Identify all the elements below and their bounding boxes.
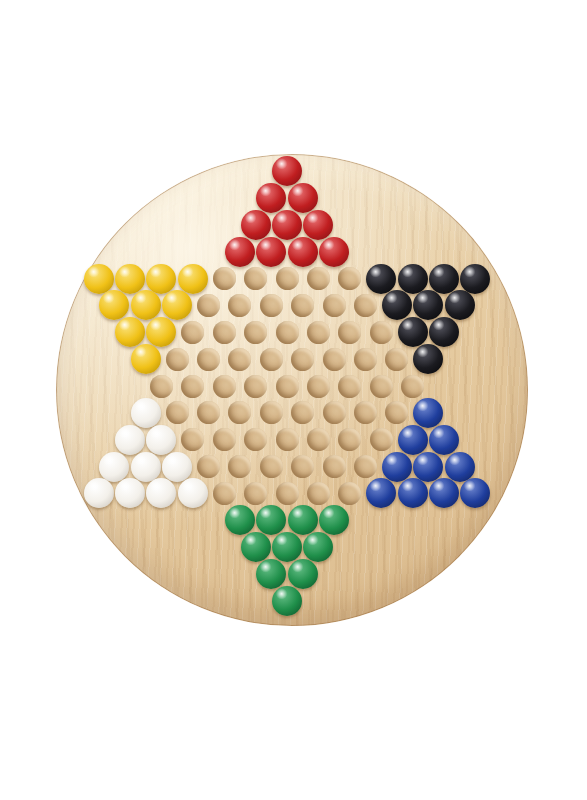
marble-green[interactable] — [319, 505, 349, 535]
board-hole[interactable] — [401, 375, 424, 398]
marble-blue[interactable] — [445, 452, 475, 482]
marble-red[interactable] — [256, 183, 286, 213]
marble-black[interactable] — [398, 264, 428, 294]
board-hole[interactable] — [260, 294, 283, 317]
board-hole[interactable] — [228, 348, 251, 371]
marble-yellow[interactable] — [115, 264, 145, 294]
marble-black[interactable] — [413, 290, 443, 320]
marble-yellow[interactable] — [162, 290, 192, 320]
marble-black[interactable] — [382, 290, 412, 320]
board-hole[interactable] — [260, 401, 283, 424]
marble-green[interactable] — [256, 505, 286, 535]
marble-white[interactable] — [84, 478, 114, 508]
marble-blue[interactable] — [429, 425, 459, 455]
marble-yellow[interactable] — [178, 264, 208, 294]
board-hole[interactable] — [323, 294, 346, 317]
board-hole[interactable] — [385, 348, 408, 371]
board-hole[interactable] — [213, 321, 236, 344]
marble-red[interactable] — [288, 183, 318, 213]
marble-red[interactable] — [319, 237, 349, 267]
marble-blue[interactable] — [429, 478, 459, 508]
marble-yellow[interactable] — [131, 290, 161, 320]
board-hole[interactable] — [260, 455, 283, 478]
board-hole[interactable] — [323, 348, 346, 371]
marble-red[interactable] — [225, 237, 255, 267]
marble-black[interactable] — [366, 264, 396, 294]
board-hole[interactable] — [197, 348, 220, 371]
chinese-checkers-board — [56, 154, 528, 626]
marble-red[interactable] — [256, 237, 286, 267]
board-hole[interactable] — [291, 455, 314, 478]
marble-black[interactable] — [413, 344, 443, 374]
board-hole[interactable] — [307, 267, 330, 290]
marble-green[interactable] — [272, 532, 302, 562]
product-photo-background — [0, 0, 587, 800]
board-hole[interactable] — [228, 401, 251, 424]
board-hole[interactable] — [260, 348, 283, 371]
board-hole[interactable] — [228, 455, 251, 478]
marble-red[interactable] — [272, 156, 302, 186]
board-hole[interactable] — [213, 375, 236, 398]
marble-green[interactable] — [272, 586, 302, 616]
board-hole[interactable] — [213, 482, 236, 505]
board-hole[interactable] — [166, 348, 189, 371]
board-hole[interactable] — [197, 294, 220, 317]
board-hole[interactable] — [307, 321, 330, 344]
marble-green[interactable] — [288, 505, 318, 535]
board-hole[interactable] — [338, 428, 361, 451]
marble-green[interactable] — [241, 532, 271, 562]
marble-black[interactable] — [429, 264, 459, 294]
board-hole[interactable] — [181, 428, 204, 451]
marble-white[interactable] — [99, 452, 129, 482]
board-hole[interactable] — [244, 321, 267, 344]
board-hole[interactable] — [338, 375, 361, 398]
board-hole[interactable] — [181, 321, 204, 344]
board-hole[interactable] — [197, 455, 220, 478]
marble-green[interactable] — [225, 505, 255, 535]
board-hole[interactable] — [244, 267, 267, 290]
board-hole[interactable] — [323, 455, 346, 478]
marble-yellow[interactable] — [146, 264, 176, 294]
board-hole[interactable] — [181, 375, 204, 398]
board-hole[interactable] — [213, 428, 236, 451]
board-hole[interactable] — [370, 428, 393, 451]
board-hole[interactable] — [244, 482, 267, 505]
board-hole[interactable] — [291, 401, 314, 424]
board-hole[interactable] — [307, 482, 330, 505]
board-hole[interactable] — [338, 267, 361, 290]
board-hole[interactable] — [385, 401, 408, 424]
marble-blue[interactable] — [398, 425, 428, 455]
board-hole[interactable] — [291, 348, 314, 371]
marble-white[interactable] — [115, 425, 145, 455]
board-hole[interactable] — [354, 455, 377, 478]
marble-white[interactable] — [115, 478, 145, 508]
marble-white[interactable] — [162, 452, 192, 482]
marble-blue[interactable] — [413, 452, 443, 482]
marble-red[interactable] — [303, 210, 333, 240]
marble-black[interactable] — [460, 264, 490, 294]
marble-red[interactable] — [272, 210, 302, 240]
marble-white[interactable] — [131, 398, 161, 428]
board-hole[interactable] — [370, 375, 393, 398]
marble-black[interactable] — [429, 317, 459, 347]
board-hole[interactable] — [150, 375, 173, 398]
marble-white[interactable] — [146, 425, 176, 455]
marble-blue[interactable] — [366, 478, 396, 508]
marble-blue[interactable] — [460, 478, 490, 508]
board-hole[interactable] — [323, 401, 346, 424]
board-hole[interactable] — [354, 294, 377, 317]
marble-yellow[interactable] — [99, 290, 129, 320]
marble-yellow[interactable] — [115, 317, 145, 347]
board-hole[interactable] — [244, 375, 267, 398]
marble-red[interactable] — [241, 210, 271, 240]
board-hole[interactable] — [276, 375, 299, 398]
marble-green[interactable] — [256, 559, 286, 589]
marble-white[interactable] — [178, 478, 208, 508]
marble-yellow[interactable] — [131, 344, 161, 374]
marble-blue[interactable] — [382, 452, 412, 482]
marble-red[interactable] — [288, 237, 318, 267]
board-hole[interactable] — [213, 267, 236, 290]
marble-white[interactable] — [146, 478, 176, 508]
board-hole[interactable] — [244, 428, 267, 451]
board-hole[interactable] — [276, 321, 299, 344]
marble-blue[interactable] — [398, 478, 428, 508]
board-hole[interactable] — [307, 428, 330, 451]
marble-black[interactable] — [398, 317, 428, 347]
marble-black[interactable] — [445, 290, 475, 320]
board-hole[interactable] — [276, 428, 299, 451]
board-hole[interactable] — [307, 375, 330, 398]
board-hole[interactable] — [354, 348, 377, 371]
board-hole[interactable] — [228, 294, 251, 317]
board-hole[interactable] — [276, 482, 299, 505]
marble-yellow[interactable] — [146, 317, 176, 347]
board-hole[interactable] — [276, 267, 299, 290]
board-hole[interactable] — [338, 321, 361, 344]
board-hole[interactable] — [166, 401, 189, 424]
marble-yellow[interactable] — [84, 264, 114, 294]
board-hole[interactable] — [370, 321, 393, 344]
marble-green[interactable] — [288, 559, 318, 589]
marble-blue[interactable] — [413, 398, 443, 428]
board-hole[interactable] — [291, 294, 314, 317]
marble-white[interactable] — [131, 452, 161, 482]
marble-green[interactable] — [303, 532, 333, 562]
board-hole[interactable] — [197, 401, 220, 424]
board-hole[interactable] — [338, 482, 361, 505]
board-hole[interactable] — [354, 401, 377, 424]
